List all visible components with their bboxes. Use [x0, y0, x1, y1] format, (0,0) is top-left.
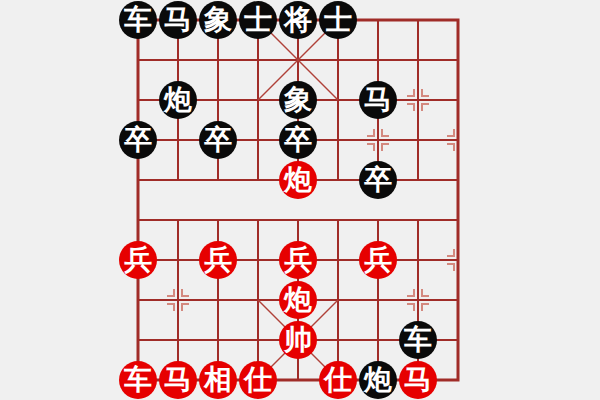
- piece-red-horse[interactable]: 马: [399, 361, 437, 399]
- piece-black-elephant[interactable]: 象: [279, 81, 317, 119]
- piece-red-soldier[interactable]: 兵: [199, 241, 237, 279]
- piece-black-soldier[interactable]: 卒: [279, 121, 317, 159]
- piece-black-cannon[interactable]: 炮: [359, 361, 397, 399]
- piece-black-chariot[interactable]: 车: [399, 321, 437, 359]
- piece-black-general[interactable]: 将: [279, 1, 317, 39]
- screenshot-root: 车马象士将士炮象马卒卒卒炮卒兵兵兵兵炮帅车车马相仕仕炮马: [0, 0, 600, 400]
- piece-black-elephant[interactable]: 象: [199, 1, 237, 39]
- piece-red-soldier[interactable]: 兵: [359, 241, 397, 279]
- piece-red-elephant[interactable]: 相: [199, 361, 237, 399]
- piece-black-cannon[interactable]: 炮: [159, 81, 197, 119]
- piece-red-chariot[interactable]: 车: [119, 361, 157, 399]
- piece-black-soldier[interactable]: 卒: [359, 161, 397, 199]
- piece-black-advisor[interactable]: 士: [239, 1, 277, 39]
- piece-red-cannon[interactable]: 炮: [279, 161, 317, 199]
- piece-black-chariot[interactable]: 车: [119, 1, 157, 39]
- piece-red-advisor[interactable]: 仕: [239, 361, 277, 399]
- pieces-layer: 车马象士将士炮象马卒卒卒炮卒兵兵兵兵炮帅车车马相仕仕炮马: [118, 0, 478, 400]
- xiangqi-board[interactable]: 车马象士将士炮象马卒卒卒炮卒兵兵兵兵炮帅车车马相仕仕炮马: [118, 0, 478, 400]
- piece-black-advisor[interactable]: 士: [319, 1, 357, 39]
- piece-black-horse[interactable]: 马: [159, 1, 197, 39]
- piece-red-advisor[interactable]: 仕: [319, 361, 357, 399]
- piece-black-soldier[interactable]: 卒: [119, 121, 157, 159]
- piece-red-general[interactable]: 帅: [279, 321, 317, 359]
- piece-black-soldier[interactable]: 卒: [199, 121, 237, 159]
- piece-red-soldier[interactable]: 兵: [279, 241, 317, 279]
- piece-black-horse[interactable]: 马: [359, 81, 397, 119]
- piece-red-horse[interactable]: 马: [159, 361, 197, 399]
- piece-red-soldier[interactable]: 兵: [119, 241, 157, 279]
- piece-red-cannon[interactable]: 炮: [279, 281, 317, 319]
